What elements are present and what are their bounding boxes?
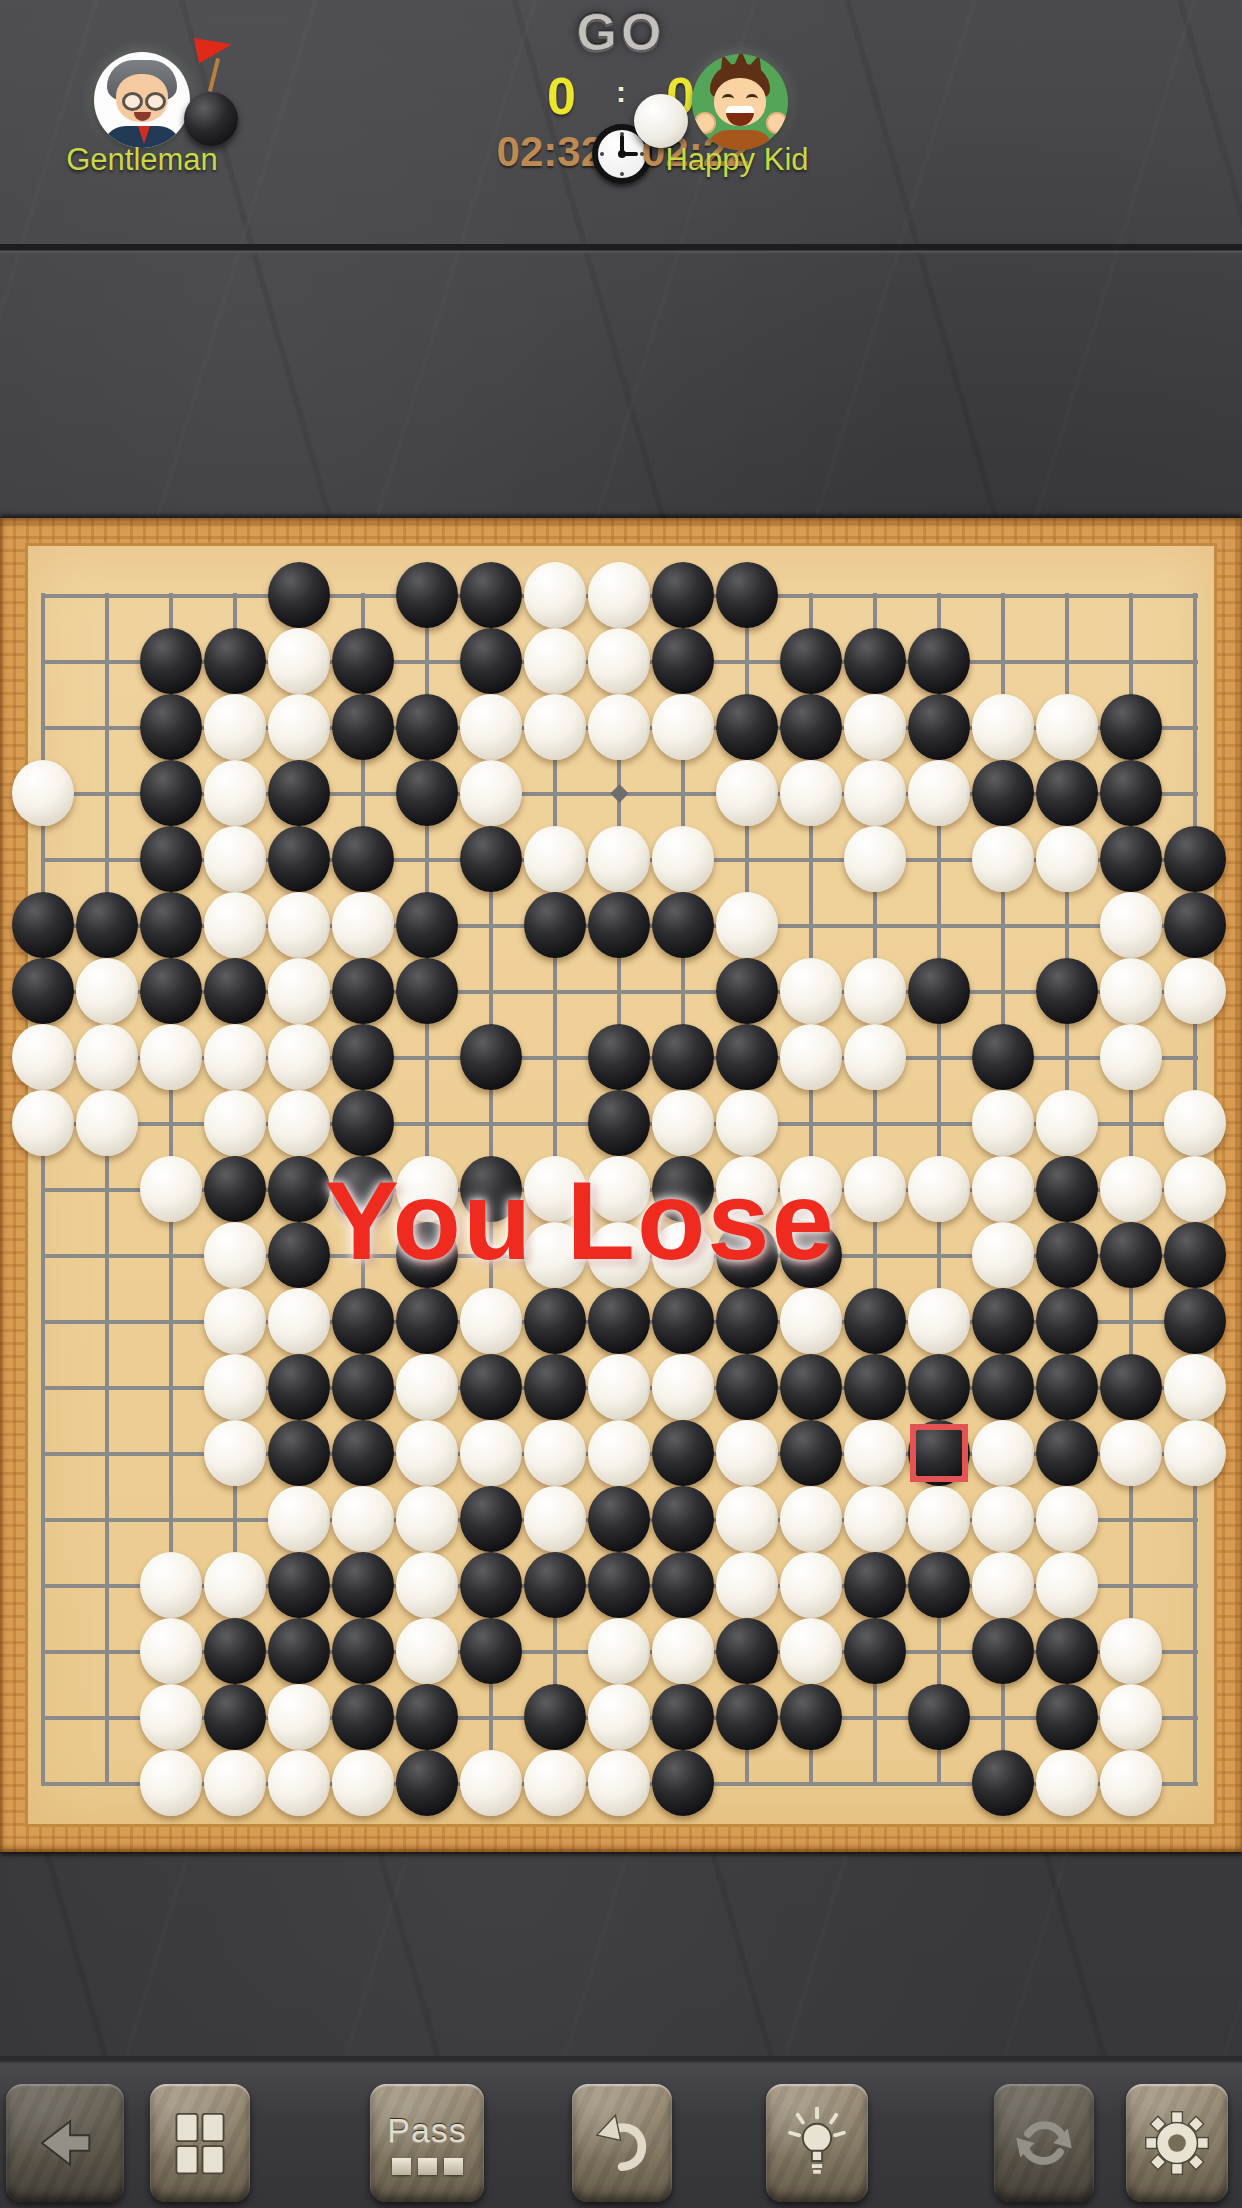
black-stone: [844, 628, 906, 694]
white-stone: [780, 760, 842, 826]
black-stone: [12, 958, 74, 1024]
black-stone: [268, 826, 330, 892]
black-stone: [652, 1684, 714, 1750]
white-stone: [1036, 1552, 1098, 1618]
grid-icon: [169, 2108, 231, 2178]
white-stone: [524, 1750, 586, 1816]
white-stone: [1036, 1750, 1098, 1816]
black-stone: [652, 628, 714, 694]
undo-button[interactable]: [572, 2084, 672, 2202]
black-stone: [332, 1024, 394, 1090]
black-stone: [332, 1684, 394, 1750]
black-stone: [908, 1684, 970, 1750]
pass-squares-icon: [392, 2158, 463, 2175]
white-stone: [588, 1354, 650, 1420]
black-player-time: 02:32: [424, 128, 604, 176]
black-stone: [780, 1684, 842, 1750]
white-stone: [268, 1750, 330, 1816]
result-banner: You Lose: [30, 1156, 1130, 1285]
white-stone: [524, 1420, 586, 1486]
white-stone: [268, 1090, 330, 1156]
black-stone: [204, 628, 266, 694]
white-stone: [396, 1552, 458, 1618]
black-stone: [332, 1288, 394, 1354]
white-stone: [1164, 1354, 1226, 1420]
black-stone: [332, 958, 394, 1024]
black-stone: [652, 562, 714, 628]
white-stone: [844, 1486, 906, 1552]
black-stone: [460, 1486, 522, 1552]
black-stone: [396, 1288, 458, 1354]
black-stone: [332, 1354, 394, 1420]
white-stone: [204, 694, 266, 760]
white-stone: [972, 694, 1034, 760]
black-stone: [332, 628, 394, 694]
white-stone: [1164, 958, 1226, 1024]
white-stone: [1100, 892, 1162, 958]
black-stone: [268, 1354, 330, 1420]
white-stone: [588, 1420, 650, 1486]
black-stone: [140, 892, 202, 958]
black-stone: [1164, 1222, 1226, 1288]
white-stone: [588, 694, 650, 760]
black-stone: [268, 1552, 330, 1618]
rotate-icon: [1011, 2110, 1077, 2176]
black-stone: [652, 1288, 714, 1354]
white-stone: [588, 1750, 650, 1816]
header: GO 0 : 0 02:32 02:22 Gentleman Happy Ki: [0, 0, 1242, 250]
lightbulb-icon: [785, 2107, 849, 2179]
black-stone: [588, 1024, 650, 1090]
white-stone: [524, 628, 586, 694]
white-stone: [780, 1486, 842, 1552]
white-stone: [204, 1090, 266, 1156]
white-stone: [268, 1684, 330, 1750]
black-stone: [204, 1618, 266, 1684]
hint-button[interactable]: [766, 2084, 868, 2202]
black-stone: [332, 1090, 394, 1156]
white-stone: [140, 1552, 202, 1618]
white-stone: [332, 892, 394, 958]
app-title: GO: [0, 2, 1242, 62]
white-stone: [268, 1486, 330, 1552]
white-stone: [652, 826, 714, 892]
black-stone: [716, 694, 778, 760]
white-stone: [1036, 826, 1098, 892]
white-stone: [1036, 1486, 1098, 1552]
black-stone: [716, 1024, 778, 1090]
black-stone: [332, 1618, 394, 1684]
white-stone: [844, 958, 906, 1024]
white-stone: [332, 1750, 394, 1816]
black-stone: [588, 1486, 650, 1552]
white-stone: [780, 1024, 842, 1090]
black-stone: [972, 1354, 1034, 1420]
black-stone: [140, 628, 202, 694]
black-stone: [1036, 1354, 1098, 1420]
black-stone: [716, 1618, 778, 1684]
black-stone: [524, 892, 586, 958]
white-stone: [396, 1420, 458, 1486]
white-stone: [268, 1288, 330, 1354]
black-stone: [1036, 958, 1098, 1024]
black-stone: [1100, 760, 1162, 826]
white-stone: [396, 1486, 458, 1552]
white-stone: [588, 1618, 650, 1684]
white-stone: [1036, 694, 1098, 760]
white-stone: [12, 1090, 74, 1156]
black-stone: [716, 958, 778, 1024]
black-stone: [716, 562, 778, 628]
black-stone: [332, 1552, 394, 1618]
white-stone: [524, 562, 586, 628]
white-stone: [1100, 1618, 1162, 1684]
pass-label: Pass: [387, 2111, 467, 2150]
white-stone: [1100, 1420, 1162, 1486]
white-stone: [652, 1618, 714, 1684]
last-move-marker: [910, 1424, 968, 1482]
black-stone: [716, 1288, 778, 1354]
black-stone-icon: [184, 92, 238, 146]
black-stone: [1036, 1288, 1098, 1354]
black-stone: [396, 958, 458, 1024]
white-stone: [268, 1024, 330, 1090]
white-stone: [716, 1552, 778, 1618]
white-stone: [204, 1024, 266, 1090]
white-stone: [1100, 1684, 1162, 1750]
black-stone: [140, 826, 202, 892]
white-stone: [716, 892, 778, 958]
black-stone: [524, 1354, 586, 1420]
black-stone: [908, 958, 970, 1024]
white-stone: [780, 958, 842, 1024]
white-stone: [396, 1618, 458, 1684]
white-stone: [204, 1354, 266, 1420]
header-divider: [0, 244, 1242, 254]
black-stone: [780, 628, 842, 694]
black-stone: [652, 1750, 714, 1816]
black-stone: [1100, 826, 1162, 892]
black-stone: [652, 1024, 714, 1090]
white-stone: [972, 1486, 1034, 1552]
white-stone: [140, 1618, 202, 1684]
back-button[interactable]: [6, 2084, 124, 2202]
black-stone: [908, 628, 970, 694]
black-stone: [908, 1552, 970, 1618]
white-stone: [396, 1354, 458, 1420]
black-stone: [652, 1420, 714, 1486]
white-stone: [268, 694, 330, 760]
black-stone: [1036, 1618, 1098, 1684]
white-stone: [460, 694, 522, 760]
white-stone: [972, 1090, 1034, 1156]
white-stone: [12, 1024, 74, 1090]
white-stone: [652, 1090, 714, 1156]
black-stone: [460, 1354, 522, 1420]
toolbar: Pass: [0, 2056, 1242, 2208]
black-stone: [652, 892, 714, 958]
white-stone: [332, 1486, 394, 1552]
black-stone: [396, 760, 458, 826]
white-stone: [1164, 1420, 1226, 1486]
white-stone: [140, 1684, 202, 1750]
black-stone: [588, 1552, 650, 1618]
black-stone: [460, 1024, 522, 1090]
black-stone: [844, 1618, 906, 1684]
black-player-avatar[interactable]: [94, 52, 190, 148]
black-stone: [588, 1090, 650, 1156]
black-stone: [140, 760, 202, 826]
black-stone: [652, 1552, 714, 1618]
black-stone: [140, 694, 202, 760]
black-stone: [268, 562, 330, 628]
white-stone: [460, 1288, 522, 1354]
white-stone: [844, 1024, 906, 1090]
black-stone: [268, 1618, 330, 1684]
black-stone: [524, 1552, 586, 1618]
black-stone: [716, 1684, 778, 1750]
score-separator: :: [616, 75, 626, 109]
undo-arrow-icon: [589, 2110, 655, 2176]
white-stone: [972, 1552, 1034, 1618]
black-stone: [396, 1684, 458, 1750]
white-stone: [652, 1354, 714, 1420]
white-stone: [908, 1486, 970, 1552]
black-stone: [908, 1354, 970, 1420]
black-stone: [1036, 1420, 1098, 1486]
white-stone: [972, 1420, 1034, 1486]
white-stone: [844, 826, 906, 892]
white-stone: [204, 1288, 266, 1354]
white-stone: [652, 694, 714, 760]
black-stone: [396, 892, 458, 958]
white-stone: [716, 1090, 778, 1156]
white-stone: [844, 694, 906, 760]
white-stone: [268, 892, 330, 958]
black-stone: [332, 826, 394, 892]
white-stone: [780, 1288, 842, 1354]
white-stone: [588, 1684, 650, 1750]
black-stone: [972, 1750, 1034, 1816]
back-arrow-icon: [33, 2111, 97, 2175]
black-stone: [1164, 826, 1226, 892]
white-stone: [76, 958, 138, 1024]
white-stone: [460, 1420, 522, 1486]
black-stone: [780, 694, 842, 760]
white-stone: [588, 628, 650, 694]
black-stone: [1036, 760, 1098, 826]
black-stone: [268, 760, 330, 826]
white-stone: [524, 826, 586, 892]
white-stone: [204, 1552, 266, 1618]
black-stone: [780, 1420, 842, 1486]
black-stone: [204, 958, 266, 1024]
black-stone: [588, 892, 650, 958]
white-player-avatar[interactable]: [692, 54, 788, 150]
rotate-button[interactable]: [994, 2084, 1094, 2202]
white-stone: [204, 826, 266, 892]
settings-button[interactable]: [1126, 2084, 1228, 2202]
white-stone: [844, 760, 906, 826]
white-stone: [140, 1750, 202, 1816]
white-stone: [76, 1090, 138, 1156]
black-stone: [1164, 1288, 1226, 1354]
white-stone: [204, 760, 266, 826]
black-stone: [460, 562, 522, 628]
white-stone: [524, 694, 586, 760]
go-app-screen: GO 0 : 0 02:32 02:22 Gentleman Happy Ki: [0, 0, 1242, 2208]
score-left: 0: [547, 66, 576, 126]
white-stone: [268, 628, 330, 694]
black-player-name: Gentleman: [2, 142, 282, 178]
black-stone: [652, 1486, 714, 1552]
black-stone: [1164, 892, 1226, 958]
black-stone: [460, 1618, 522, 1684]
black-stone: [716, 1354, 778, 1420]
black-stone: [844, 1354, 906, 1420]
black-stone: [972, 1024, 1034, 1090]
white-stone: [1036, 1090, 1098, 1156]
black-stone: [1100, 1354, 1162, 1420]
white-player-name: Happy Kid: [597, 142, 877, 178]
white-stone: [908, 1288, 970, 1354]
black-stone: [268, 1420, 330, 1486]
black-stone: [844, 1552, 906, 1618]
white-stone: [204, 1750, 266, 1816]
white-stone: [1100, 1750, 1162, 1816]
black-stone: [908, 694, 970, 760]
white-stone: [716, 1486, 778, 1552]
black-stone: [844, 1288, 906, 1354]
white-stone: [76, 1024, 138, 1090]
black-stone: [460, 628, 522, 694]
black-stone: [332, 1420, 394, 1486]
white-stone: [140, 1024, 202, 1090]
white-stone: [972, 826, 1034, 892]
white-stone: [780, 1618, 842, 1684]
black-stone: [204, 1684, 266, 1750]
white-stone: [12, 760, 74, 826]
white-stone: [460, 760, 522, 826]
apps-button[interactable]: [150, 2084, 250, 2202]
black-stone: [524, 1684, 586, 1750]
white-stone-icon: [634, 94, 688, 148]
black-stone: [972, 760, 1034, 826]
black-stone: [140, 958, 202, 1024]
black-stone: [460, 826, 522, 892]
pass-button[interactable]: Pass: [370, 2084, 484, 2202]
gear-icon: [1143, 2109, 1211, 2177]
white-stone: [588, 826, 650, 892]
black-stone: [1100, 694, 1162, 760]
white-stone: [1164, 1156, 1226, 1222]
black-stone: [396, 1750, 458, 1816]
black-stone: [972, 1288, 1034, 1354]
white-stone: [268, 958, 330, 1024]
black-stone: [1036, 1684, 1098, 1750]
black-stone: [780, 1354, 842, 1420]
white-stone: [588, 562, 650, 628]
black-stone: [76, 892, 138, 958]
black-stone: [332, 694, 394, 760]
white-stone: [204, 1420, 266, 1486]
white-stone: [204, 892, 266, 958]
white-stone: [460, 1750, 522, 1816]
white-stone: [908, 760, 970, 826]
black-stone: [524, 1288, 586, 1354]
black-stone: [588, 1288, 650, 1354]
black-stone: [396, 562, 458, 628]
black-stone: [972, 1618, 1034, 1684]
white-stone: [1100, 958, 1162, 1024]
white-stone: [844, 1420, 906, 1486]
black-stone: [12, 892, 74, 958]
black-stone: [396, 694, 458, 760]
black-stone: [460, 1552, 522, 1618]
white-stone: [780, 1552, 842, 1618]
white-stone: [716, 760, 778, 826]
white-stone: [716, 1420, 778, 1486]
white-stone: [1164, 1090, 1226, 1156]
white-stone: [524, 1486, 586, 1552]
white-stone: [1100, 1024, 1162, 1090]
